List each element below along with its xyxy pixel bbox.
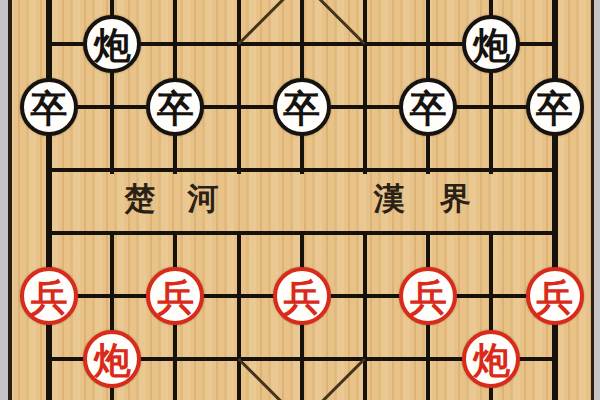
piece-black-soldier[interactable]: 卒 [273, 78, 331, 136]
piece-glyph: 兵 [410, 279, 447, 316]
river-label: 河 [181, 179, 225, 219]
piece-black-soldier[interactable]: 卒 [399, 78, 457, 136]
piece-glyph: 炮 [473, 27, 510, 64]
piece-glyph: 卒 [31, 90, 68, 127]
piece-black-soldier[interactable]: 卒 [20, 78, 78, 136]
river-label: 漢 [367, 179, 411, 219]
piece-glyph: 炮 [94, 27, 131, 64]
piece-black-soldier[interactable]: 卒 [526, 78, 584, 136]
piece-glyph: 兵 [157, 279, 194, 316]
piece-glyph: 兵 [536, 279, 573, 316]
piece-glyph: 炮 [473, 342, 510, 379]
piece-black-cannon[interactable]: 炮 [83, 15, 141, 73]
piece-red-soldier[interactable]: 兵 [20, 267, 78, 325]
piece-red-cannon[interactable]: 炮 [462, 330, 520, 388]
piece-red-soldier[interactable]: 兵 [273, 267, 331, 325]
river-label: 楚 [118, 179, 162, 219]
xiangqi-board[interactable]: 楚河漢界 炮炮卒卒卒卒卒兵兵兵兵兵炮炮 [0, 0, 600, 400]
piece-black-cannon[interactable]: 炮 [462, 15, 520, 73]
piece-red-soldier[interactable]: 兵 [146, 267, 204, 325]
piece-glyph: 兵 [31, 279, 68, 316]
piece-glyph: 炮 [94, 342, 131, 379]
piece-red-cannon[interactable]: 炮 [83, 330, 141, 388]
piece-black-soldier[interactable]: 卒 [146, 78, 204, 136]
piece-red-soldier[interactable]: 兵 [526, 267, 584, 325]
piece-glyph: 卒 [410, 90, 447, 127]
piece-glyph: 兵 [283, 279, 320, 316]
piece-red-soldier[interactable]: 兵 [399, 267, 457, 325]
piece-glyph: 卒 [283, 90, 320, 127]
river-label: 界 [433, 179, 477, 219]
piece-glyph: 卒 [536, 90, 573, 127]
piece-glyph: 卒 [157, 90, 194, 127]
